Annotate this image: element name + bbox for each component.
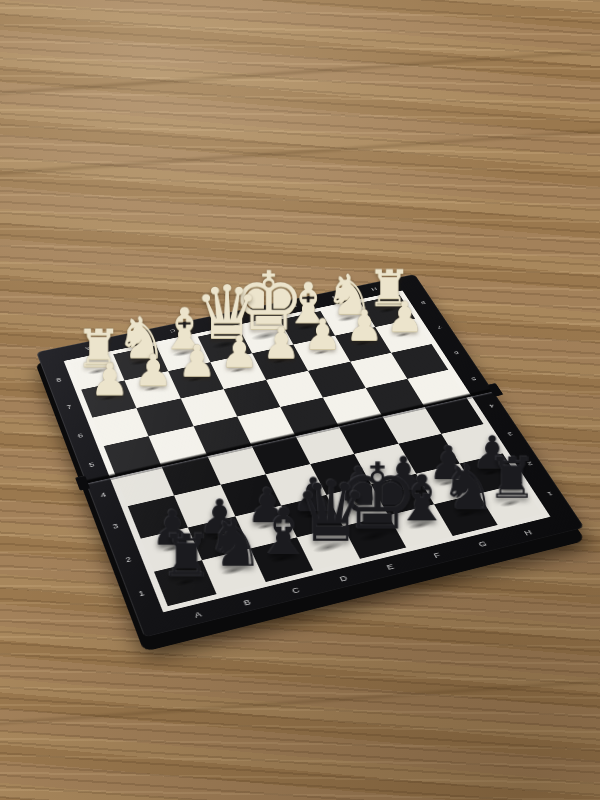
wood-grain-line [0,126,600,178]
wood-grain-line [0,46,600,98]
wood-grain-line [0,676,600,728]
product-photo: ABCDEFGH ABCDEFGH 87654321 87654321 ♜♞♝♛… [0,0,600,800]
black-rook-icon: ♜ [121,528,253,587]
